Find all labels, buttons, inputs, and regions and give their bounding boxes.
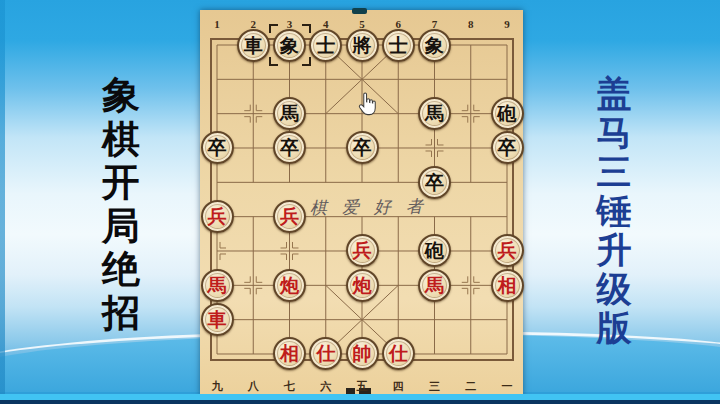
piece-black-general[interactable]: 將 [346, 29, 379, 62]
file-label-top: 9 [498, 18, 516, 30]
piece-black-soldier[interactable]: 卒 [418, 166, 451, 199]
piece-red-chariot[interactable]: 車 [201, 303, 234, 336]
file-label-bottom: 四 [389, 379, 407, 394]
bottom-navy-bar [0, 400, 720, 404]
right-title: 盖马三锤升级版 [592, 74, 636, 347]
piece-red-cannon[interactable]: 炮 [346, 269, 379, 302]
file-label-bottom: 三 [426, 379, 444, 394]
video-frame: 象棋开局绝招 盖马三锤升级版 123456789 九八七六五四三二一 象棋爱好者… [0, 0, 720, 404]
file-label-bottom: 二 [462, 379, 480, 394]
file-label-top: 8 [462, 18, 480, 30]
piece-red-horse[interactable]: 馬 [201, 269, 234, 302]
file-label-top: 1 [208, 18, 226, 30]
piece-black-soldier[interactable]: 卒 [346, 131, 379, 164]
piece-black-horse[interactable]: 馬 [418, 97, 451, 130]
piece-black-soldier[interactable]: 卒 [491, 131, 524, 164]
file-label-bottom: 五 [353, 379, 371, 394]
piece-red-general[interactable]: 帥 [346, 337, 379, 370]
piece-red-soldier[interactable]: 兵 [273, 200, 306, 233]
piece-red-soldier[interactable]: 兵 [201, 200, 234, 233]
piece-red-soldier[interactable]: 兵 [346, 234, 379, 267]
piece-red-elephant[interactable]: 相 [491, 269, 524, 302]
piece-black-elephant[interactable]: 象 [418, 29, 451, 62]
piece-black-advisor[interactable]: 士 [309, 29, 342, 62]
piece-red-soldier[interactable]: 兵 [491, 234, 524, 267]
piece-black-elephant[interactable]: 象 [273, 29, 306, 62]
piece-black-advisor[interactable]: 士 [382, 29, 415, 62]
piece-black-soldier[interactable]: 卒 [201, 131, 234, 164]
piece-black-horse[interactable]: 馬 [273, 97, 306, 130]
piece-black-cannon[interactable]: 砲 [491, 97, 524, 130]
file-label-bottom: 一 [498, 379, 516, 394]
file-label-bottom: 六 [317, 379, 335, 394]
file-label-bottom: 九 [208, 379, 226, 394]
piece-black-chariot[interactable]: 車 [237, 29, 270, 62]
piece-red-horse[interactable]: 馬 [418, 269, 451, 302]
piece-red-cannon[interactable]: 炮 [273, 269, 306, 302]
file-label-bottom: 七 [281, 379, 299, 394]
left-title: 象棋开局绝招 [96, 74, 146, 335]
file-label-bottom: 八 [244, 379, 262, 394]
left-edge-stripe [0, 0, 5, 404]
hand-cursor-icon [356, 92, 378, 118]
xiangqi-board[interactable]: 123456789 九八七六五四三二一 象棋爱好者 車象士將士象馬馬砲卒卒卒卒卒… [200, 10, 523, 395]
